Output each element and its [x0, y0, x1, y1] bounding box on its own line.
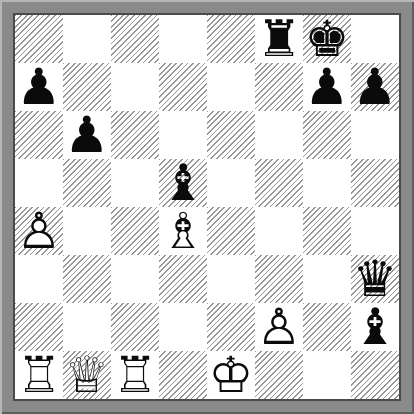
square-a7[interactable]: ♟ [15, 63, 63, 111]
square-g1[interactable] [303, 351, 351, 399]
piece-white-pawn[interactable]: ♟♙ [15, 207, 63, 255]
square-h5[interactable] [351, 159, 399, 207]
square-d1[interactable] [159, 351, 207, 399]
square-d5[interactable]: ♝ [159, 159, 207, 207]
square-g3[interactable] [303, 255, 351, 303]
square-g5[interactable] [303, 159, 351, 207]
square-e6[interactable] [207, 111, 255, 159]
piece-black-pawn[interactable]: ♟ [351, 63, 399, 111]
piece-white-rook[interactable]: ♜♖ [111, 351, 159, 399]
square-b8[interactable] [63, 15, 111, 63]
square-c2[interactable] [111, 303, 159, 351]
piece-white-queen[interactable]: ♛♕ [63, 351, 111, 399]
square-e7[interactable] [207, 63, 255, 111]
square-h6[interactable] [351, 111, 399, 159]
square-f2[interactable]: ♟♙ [255, 303, 303, 351]
piece-black-queen[interactable]: ♛ [351, 255, 399, 303]
board-frame: ♜♚♟♟♟♟♝♟♙♝♗♛♟♙♝♜♖♛♕♜♖♚♔ [0, 0, 414, 414]
square-d6[interactable] [159, 111, 207, 159]
square-h3[interactable]: ♛ [351, 255, 399, 303]
square-f5[interactable] [255, 159, 303, 207]
white-king-glyph-outline: ♔ [207, 351, 255, 399]
square-g4[interactable] [303, 207, 351, 255]
square-c6[interactable] [111, 111, 159, 159]
square-g6[interactable] [303, 111, 351, 159]
piece-white-pawn[interactable]: ♟♙ [255, 303, 303, 351]
piece-white-bishop[interactable]: ♝♗ [159, 207, 207, 255]
piece-black-bishop[interactable]: ♝ [159, 159, 207, 207]
square-g8[interactable]: ♚ [303, 15, 351, 63]
square-a6[interactable] [15, 111, 63, 159]
square-d3[interactable] [159, 255, 207, 303]
square-c7[interactable] [111, 63, 159, 111]
square-e4[interactable] [207, 207, 255, 255]
white-queen-glyph-outline: ♕ [63, 351, 111, 399]
square-f6[interactable] [255, 111, 303, 159]
square-a8[interactable] [15, 15, 63, 63]
square-b3[interactable] [63, 255, 111, 303]
chess-board: ♜♚♟♟♟♟♝♟♙♝♗♛♟♙♝♜♖♛♕♜♖♚♔ [13, 13, 401, 401]
square-h8[interactable] [351, 15, 399, 63]
square-a4[interactable]: ♟♙ [15, 207, 63, 255]
square-f1[interactable] [255, 351, 303, 399]
square-d8[interactable] [159, 15, 207, 63]
square-h1[interactable] [351, 351, 399, 399]
piece-black-pawn[interactable]: ♟ [63, 111, 111, 159]
square-a3[interactable] [15, 255, 63, 303]
square-b5[interactable] [63, 159, 111, 207]
square-h4[interactable] [351, 207, 399, 255]
square-f8[interactable]: ♜ [255, 15, 303, 63]
square-d7[interactable] [159, 63, 207, 111]
square-b7[interactable] [63, 63, 111, 111]
piece-black-king[interactable]: ♚ [303, 15, 351, 63]
square-f3[interactable] [255, 255, 303, 303]
square-a1[interactable]: ♜♖ [15, 351, 63, 399]
square-b4[interactable] [63, 207, 111, 255]
piece-black-rook[interactable]: ♜ [255, 15, 303, 63]
square-a5[interactable] [15, 159, 63, 207]
square-g2[interactable] [303, 303, 351, 351]
white-rook-glyph-outline: ♖ [111, 351, 159, 399]
piece-white-rook[interactable]: ♜♖ [15, 351, 63, 399]
white-pawn-glyph-outline: ♙ [255, 303, 303, 351]
square-e5[interactable] [207, 159, 255, 207]
square-e8[interactable] [207, 15, 255, 63]
square-b1[interactable]: ♛♕ [63, 351, 111, 399]
square-b6[interactable]: ♟ [63, 111, 111, 159]
square-e1[interactable]: ♚♔ [207, 351, 255, 399]
piece-black-pawn[interactable]: ♟ [15, 63, 63, 111]
piece-black-pawn[interactable]: ♟ [303, 63, 351, 111]
square-c5[interactable] [111, 159, 159, 207]
square-c8[interactable] [111, 15, 159, 63]
piece-white-king[interactable]: ♚♔ [207, 351, 255, 399]
square-c1[interactable]: ♜♖ [111, 351, 159, 399]
square-g7[interactable]: ♟ [303, 63, 351, 111]
square-c3[interactable] [111, 255, 159, 303]
square-c4[interactable] [111, 207, 159, 255]
square-d4[interactable]: ♝♗ [159, 207, 207, 255]
square-e2[interactable] [207, 303, 255, 351]
square-e3[interactable] [207, 255, 255, 303]
square-d2[interactable] [159, 303, 207, 351]
piece-black-bishop[interactable]: ♝ [351, 303, 399, 351]
square-b2[interactable] [63, 303, 111, 351]
white-rook-glyph-outline: ♖ [15, 351, 63, 399]
square-h2[interactable]: ♝ [351, 303, 399, 351]
square-a2[interactable] [15, 303, 63, 351]
white-bishop-glyph-outline: ♗ [159, 207, 207, 255]
square-h7[interactable]: ♟ [351, 63, 399, 111]
white-pawn-glyph-outline: ♙ [15, 207, 63, 255]
square-f4[interactable] [255, 207, 303, 255]
square-f7[interactable] [255, 63, 303, 111]
